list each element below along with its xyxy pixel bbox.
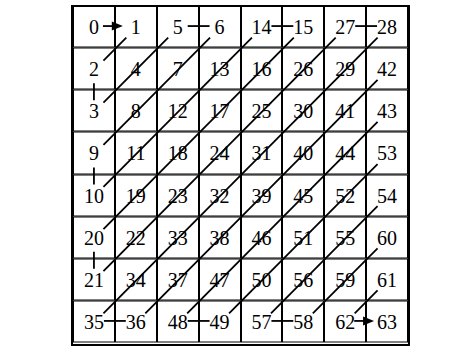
grid-cell: 33	[157, 216, 199, 258]
grid-cell: 28	[366, 6, 408, 48]
grid-cell: 32	[199, 174, 241, 216]
grid-cell: 47	[199, 258, 241, 300]
grid-cell: 13	[199, 48, 241, 90]
grid-cell: 0	[73, 6, 115, 48]
grid-cell: 27	[324, 6, 366, 48]
grid-cell: 15	[282, 6, 324, 48]
grid-cell: 46	[241, 216, 283, 258]
grid-cell: 6	[199, 6, 241, 48]
grid-cell: 58	[282, 300, 324, 342]
grid-cell: 52	[324, 174, 366, 216]
grid-cell: 44	[324, 132, 366, 174]
grid-cell: 9	[73, 132, 115, 174]
grid-cell: 61	[366, 258, 408, 300]
grid-cell: 60	[366, 216, 408, 258]
grid-cell: 49	[199, 300, 241, 342]
grid-cell: 10	[73, 174, 115, 216]
grid-cell: 48	[157, 300, 199, 342]
grid-cell: 42	[366, 48, 408, 90]
grid-cell: 34	[115, 258, 157, 300]
grid-cell: 2	[73, 48, 115, 90]
grid-cell: 29	[324, 48, 366, 90]
grid-cell: 54	[366, 174, 408, 216]
zigzag-scan-figure: 0156141527282471316262942381217253041439…	[0, 0, 464, 355]
grid-cell: 11	[115, 132, 157, 174]
grid-cell: 63	[366, 300, 408, 342]
grid-cell: 23	[157, 174, 199, 216]
grid-cell: 14	[241, 6, 283, 48]
grid-cell: 5	[157, 6, 199, 48]
grid-cell: 45	[282, 174, 324, 216]
grid-cell: 57	[241, 300, 283, 342]
grid-cell: 4	[115, 48, 157, 90]
grid-cell: 62	[324, 300, 366, 342]
grid-cell: 38	[199, 216, 241, 258]
grid-cell: 50	[241, 258, 283, 300]
grid-cell: 16	[241, 48, 283, 90]
grid-cell: 56	[282, 258, 324, 300]
grid-cell: 37	[157, 258, 199, 300]
grid-cell: 12	[157, 90, 199, 132]
grid-cell: 26	[282, 48, 324, 90]
grid-cell: 40	[282, 132, 324, 174]
grid-cell: 7	[157, 48, 199, 90]
grid-cell: 8	[115, 90, 157, 132]
grid-cell: 17	[199, 90, 241, 132]
grid-cell: 41	[324, 90, 366, 132]
grid-cell: 1	[115, 6, 157, 48]
grid-cell: 36	[115, 300, 157, 342]
grid-cell: 25	[241, 90, 283, 132]
grid-cell: 18	[157, 132, 199, 174]
grid-cell: 30	[282, 90, 324, 132]
grid-cell: 51	[282, 216, 324, 258]
grid-cell: 53	[366, 132, 408, 174]
grid-cell: 31	[241, 132, 283, 174]
zigzag-grid: 0156141527282471316262942381217253041439…	[71, 5, 410, 346]
grid-cell: 21	[73, 258, 115, 300]
grid-cell: 24	[199, 132, 241, 174]
grid-cell: 39	[241, 174, 283, 216]
grid-cell: 19	[115, 174, 157, 216]
grid-cell: 43	[366, 90, 408, 132]
grid-cell: 3	[73, 90, 115, 132]
grid-cell: 22	[115, 216, 157, 258]
grid-cell: 20	[73, 216, 115, 258]
grid-cell: 55	[324, 216, 366, 258]
grid-cell: 35	[73, 300, 115, 342]
grid-cell: 59	[324, 258, 366, 300]
